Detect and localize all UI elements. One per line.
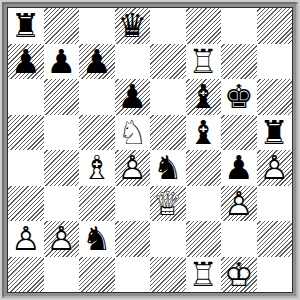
square-e8[interactable] [150,8,186,44]
square-h8[interactable] [257,8,293,44]
square-d3[interactable] [115,186,151,222]
square-c6[interactable] [79,79,115,115]
piece-black-pawn: ♟ [221,150,257,186]
square-c3[interactable] [79,186,115,222]
square-a5[interactable] [8,115,44,151]
square-g7[interactable] [221,44,257,80]
piece-black-knight: ♞ [79,221,115,257]
piece-white-bishop: ♝♗ [79,150,115,186]
piece-black-queen: ♛ [115,8,151,44]
piece-white-rook: ♜♖ [186,257,222,293]
piece-black-pawn: ♟ [44,44,80,80]
square-g2[interactable] [221,221,257,257]
square-g1[interactable]: ♚♔ [221,257,257,293]
piece-white-pawn: ♟♙ [221,186,257,222]
square-e6[interactable] [150,79,186,115]
piece-black-pawn: ♟ [115,79,151,115]
square-f3[interactable] [186,186,222,222]
square-h3[interactable] [257,186,293,222]
piece-white-king: ♚♔ [221,257,257,293]
square-d8[interactable]: ♛ [115,8,151,44]
square-a2[interactable]: ♟♙ [8,221,44,257]
square-e2[interactable] [150,221,186,257]
square-a1[interactable] [8,257,44,293]
square-c4[interactable]: ♝♗ [79,150,115,186]
square-b7[interactable]: ♟ [44,44,80,80]
square-c8[interactable] [79,8,115,44]
square-h1[interactable] [257,257,293,293]
square-d6[interactable]: ♟ [115,79,151,115]
square-h4[interactable]: ♟♙ [257,150,293,186]
square-f2[interactable] [186,221,222,257]
square-b4[interactable] [44,150,80,186]
square-a3[interactable] [8,186,44,222]
square-h5[interactable]: ♜ [257,115,293,151]
square-c2[interactable]: ♞ [79,221,115,257]
square-c7[interactable]: ♟ [79,44,115,80]
square-a6[interactable] [8,79,44,115]
square-e4[interactable]: ♞ [150,150,186,186]
piece-white-rook: ♜♖ [186,44,222,80]
square-d1[interactable] [115,257,151,293]
piece-white-pawn: ♟♙ [115,150,151,186]
piece-black-bishop: ♝ [186,79,222,115]
square-c1[interactable] [79,257,115,293]
square-f8[interactable] [186,8,222,44]
piece-white-knight: ♞♘ [115,115,151,151]
square-d2[interactable] [115,221,151,257]
square-f6[interactable]: ♝ [186,79,222,115]
piece-black-pawn: ♟ [79,44,115,80]
square-g5[interactable] [221,115,257,151]
square-e5[interactable] [150,115,186,151]
square-b8[interactable] [44,8,80,44]
piece-black-bishop: ♝ [186,115,222,151]
square-h2[interactable] [257,221,293,257]
piece-black-rook: ♜ [257,115,293,151]
square-e7[interactable] [150,44,186,80]
piece-black-pawn: ♟ [8,44,44,80]
piece-black-rook: ♜ [8,8,44,44]
square-h7[interactable] [257,44,293,80]
square-a8[interactable]: ♜ [8,8,44,44]
square-a4[interactable] [8,150,44,186]
square-b2[interactable]: ♟♙ [44,221,80,257]
square-f7[interactable]: ♜♖ [186,44,222,80]
square-e1[interactable] [150,257,186,293]
piece-black-knight: ♞ [150,150,186,186]
chess-diagram-frame: ♜♛♟♟♟♜♖♟♝♚♞♘♝♜♝♗♟♙♞♟♟♙♛♕♟♙♟♙♟♙♞♜♖♚♔ [0,0,300,300]
square-g8[interactable] [221,8,257,44]
square-d7[interactable] [115,44,151,80]
square-c5[interactable] [79,115,115,151]
square-d4[interactable]: ♟♙ [115,150,151,186]
square-b1[interactable] [44,257,80,293]
square-g6[interactable]: ♚ [221,79,257,115]
square-d5[interactable]: ♞♘ [115,115,151,151]
square-b6[interactable] [44,79,80,115]
piece-white-pawn: ♟♙ [257,150,293,186]
square-f4[interactable] [186,150,222,186]
square-h6[interactable] [257,79,293,115]
piece-white-pawn: ♟♙ [8,221,44,257]
piece-white-queen: ♛♕ [150,186,186,222]
square-e3[interactable]: ♛♕ [150,186,186,222]
square-g4[interactable]: ♟ [221,150,257,186]
square-a7[interactable]: ♟ [8,44,44,80]
square-f5[interactable]: ♝ [186,115,222,151]
chess-board: ♜♛♟♟♟♜♖♟♝♚♞♘♝♜♝♗♟♙♞♟♟♙♛♕♟♙♟♙♟♙♞♜♖♚♔ [7,7,293,293]
piece-white-pawn: ♟♙ [44,221,80,257]
piece-black-king: ♚ [221,79,257,115]
square-b3[interactable] [44,186,80,222]
square-b5[interactable] [44,115,80,151]
square-g3[interactable]: ♟♙ [221,186,257,222]
square-f1[interactable]: ♜♖ [186,257,222,293]
